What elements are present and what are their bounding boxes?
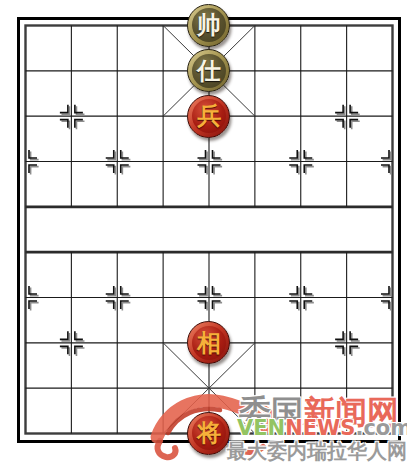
watermark-url-gray: .com [355,416,407,440]
piece-layer: 帅仕兵相将 [3,3,407,456]
watermark-slogan: 最大委内瑞拉华人网 [227,438,407,465]
piece-soldier-red[interactable]: 兵 [187,95,230,138]
piece-general-red[interactable]: 将 [187,412,230,455]
piece-glyph: 相 [197,331,221,355]
piece-glyph: 仕 [197,59,221,83]
xiangqi-board-diagram: 帅仕兵相将 委国新闻网 VENNEWS.com 最大委内瑞拉华人网 [0,0,407,465]
piece-glyph: 兵 [197,104,221,128]
piece-general-gold[interactable]: 帅 [187,4,230,47]
watermark-url-red: NEWS [285,416,355,440]
piece-advisor-gold[interactable]: 仕 [187,49,230,92]
watermark-site-url: VENNEWS.com [237,416,407,440]
watermark-url-green: VEN [237,416,285,440]
piece-glyph: 帅 [197,13,221,37]
piece-glyph: 将 [197,421,221,445]
piece-elephant-red[interactable]: 相 [187,321,230,364]
